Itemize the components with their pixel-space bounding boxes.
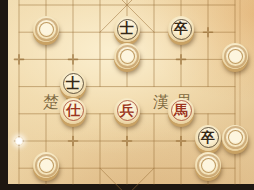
piece-red-horse[interactable]: 馬 [168,98,194,124]
piece-red-advisor[interactable]: 仕 [60,98,86,124]
piece-hidden[interactable] [33,152,59,178]
piece-glyph: 卒 [201,130,215,144]
piece-black-soldier[interactable]: 卒 [195,125,221,151]
piece-red-soldier[interactable]: 兵 [114,98,140,124]
piece-glyph: 士 [66,76,80,90]
piece-glyph: 馬 [174,103,188,117]
piece-black-soldier[interactable]: 卒 [168,16,194,42]
piece-glyph: 仕 [66,103,80,117]
xiangqi-app-screen: 楚河 漢界 士卒士仕兵馬卒 [0,0,254,190]
piece-glyph: 士 [120,22,134,36]
piece-hidden[interactable] [222,125,248,151]
piece-hidden[interactable] [222,43,248,69]
piece-hidden[interactable] [195,152,221,178]
piece-glyph: 兵 [120,103,134,117]
piece-hidden[interactable] [114,43,140,69]
piece-glyph: 卒 [174,22,188,36]
pieces-layer: 士卒士仕兵馬卒 [6,0,249,182]
piece-black-advisor[interactable]: 士 [114,16,140,42]
piece-black-advisor[interactable]: 士 [60,71,86,97]
piece-hidden[interactable] [33,16,59,42]
